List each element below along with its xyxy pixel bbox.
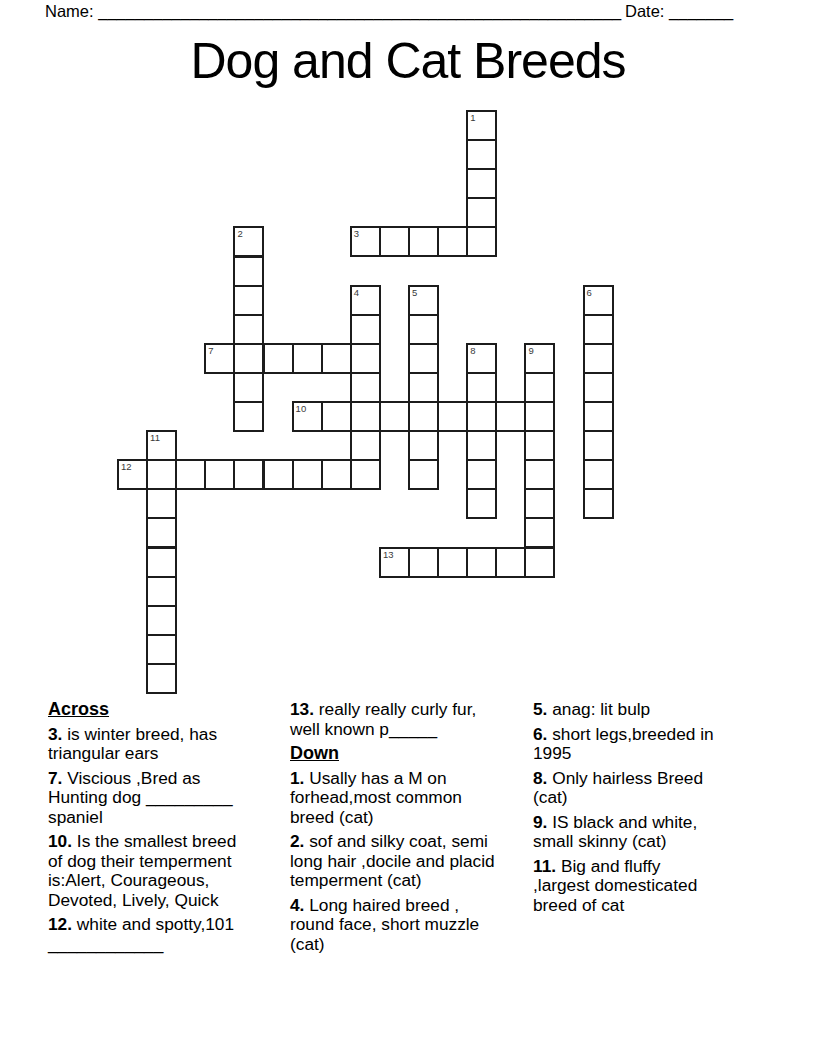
clue-down-6: 6. short legs,breeded in 1995: [533, 725, 715, 764]
clue-across-3: 3. is winter breed, has triangular ears: [48, 725, 253, 764]
grid-cell-r15c13[interactable]: [495, 547, 526, 578]
clue-number-label: 12.: [48, 914, 72, 934]
clue-text: anag: lit bulp: [547, 699, 650, 719]
grid-cell-r11c1[interactable]: 11: [146, 430, 177, 461]
grid-cell-r12c4[interactable]: [233, 459, 264, 490]
grid-cell-r8c14[interactable]: 9: [524, 343, 555, 374]
grid-cell-r15c14[interactable]: [524, 547, 555, 578]
grid-cell-r15c11[interactable]: [437, 547, 468, 578]
clue-column-1: Across3. is winter breed, has triangular…: [48, 700, 253, 959]
grid-number-10: 10: [296, 403, 307, 414]
clue-number-label: 7.: [48, 768, 62, 788]
grid-cell-r6c8[interactable]: 4: [350, 285, 381, 316]
grid-cell-r4c12[interactable]: [466, 226, 497, 257]
clue-number-label: 9.: [533, 812, 547, 832]
grid-cell-r8c8[interactable]: [350, 343, 381, 374]
clue-down-9: 9. IS black and white, small skinny (cat…: [533, 813, 715, 852]
grid-cell-r10c13[interactable]: [495, 401, 526, 432]
grid-cell-r12c5[interactable]: [263, 459, 294, 490]
clue-number-label: 6.: [533, 724, 547, 744]
grid-cell-r16c1[interactable]: [146, 576, 177, 607]
clue-text: Is the smallest breed of dog their tempe…: [48, 831, 236, 910]
clue-number-label: 13.: [290, 699, 314, 719]
clue-number-label: 4.: [290, 895, 304, 915]
grid-number-9: 9: [528, 345, 533, 356]
clue-number-label: 2.: [290, 831, 304, 851]
grid-cell-r11c8[interactable]: [350, 430, 381, 461]
grid-cell-r14c1[interactable]: [146, 517, 177, 548]
grid-cell-r9c10[interactable]: [408, 372, 439, 403]
grid-cell-r12c1[interactable]: [146, 459, 177, 490]
grid-number-6: 6: [587, 287, 592, 298]
grid-cell-r1c12[interactable]: [466, 139, 497, 170]
grid-cell-r11c16[interactable]: [583, 430, 614, 461]
grid-cell-r18c1[interactable]: [146, 634, 177, 665]
clue-text: Long haired breed , round face, short mu…: [290, 895, 479, 954]
clue-text: sof and silky coat, semi long hair ,doci…: [290, 831, 495, 890]
grid-cell-r12c7[interactable]: [321, 459, 352, 490]
grid-cell-r10c4[interactable]: [233, 401, 264, 432]
clue-text: Usally has a M on forhead,most common br…: [290, 768, 462, 827]
grid-number-2: 2: [237, 228, 242, 239]
grid-cell-r15c9[interactable]: 13: [379, 547, 410, 578]
grid-cell-r12c12[interactable]: [466, 459, 497, 490]
grid-cell-r12c2[interactable]: [175, 459, 206, 490]
grid-cell-r2c12[interactable]: [466, 168, 497, 199]
grid-cell-r9c12[interactable]: [466, 372, 497, 403]
grid-cell-r8c5[interactable]: [263, 343, 294, 374]
grid-cell-r13c12[interactable]: [466, 488, 497, 519]
grid-cell-r10c9[interactable]: [379, 401, 410, 432]
page-title: Dog and Cat Breeds: [0, 33, 816, 89]
grid-cell-r4c10[interactable]: [408, 226, 439, 257]
grid-cell-r7c4[interactable]: [233, 314, 264, 345]
name-blank-line[interactable]: ________________________________________…: [98, 2, 621, 20]
grid-cell-r4c4[interactable]: 2: [233, 226, 264, 257]
grid-cell-r4c8[interactable]: 3: [350, 226, 381, 257]
clue-across-12: 12. white and spotty,101 ____________: [48, 915, 253, 954]
grid-cell-r15c10[interactable]: [408, 547, 439, 578]
grid-number-8: 8: [470, 345, 475, 356]
grid-cell-r7c8[interactable]: [350, 314, 381, 345]
clue-number-label: 3.: [48, 724, 62, 744]
clue-text: white and spotty,101 ____________: [48, 914, 234, 954]
grid-cell-r13c16[interactable]: [583, 488, 614, 519]
grid-number-4: 4: [354, 287, 359, 298]
grid-cell-r12c3[interactable]: [204, 459, 235, 490]
grid-cell-r17c1[interactable]: [146, 605, 177, 636]
grid-cell-r8c4[interactable]: [233, 343, 264, 374]
grid-cell-r8c16[interactable]: [583, 343, 614, 374]
clue-column-2: 13. really really curly fur, well known …: [290, 700, 497, 959]
grid-cell-r12c14[interactable]: [524, 459, 555, 490]
grid-cell-r12c8[interactable]: [350, 459, 381, 490]
grid-number-11: 11: [150, 432, 160, 443]
grid-cell-r10c12[interactable]: [466, 401, 497, 432]
grid-cell-r10c10[interactable]: [408, 401, 439, 432]
grid-cell-r12c10[interactable]: [408, 459, 439, 490]
grid-cell-r4c11[interactable]: [437, 226, 468, 257]
clue-text: Only hairless Breed (cat): [533, 768, 703, 808]
clue-text: Big and fluffy ,largest domesticated bre…: [533, 856, 697, 915]
clue-number-label: 8.: [533, 768, 547, 788]
grid-cell-r4c9[interactable]: [379, 226, 410, 257]
clue-number-label: 11.: [533, 856, 556, 876]
grid-cell-r8c6[interactable]: [292, 343, 323, 374]
clue-down-8: 8. Only hairless Breed (cat): [533, 769, 715, 808]
grid-number-7: 7: [208, 345, 213, 356]
clue-column-3: 5. anag: lit bulp6. short legs,breeded i…: [533, 700, 715, 920]
grid-cell-r6c10[interactable]: 5: [408, 285, 439, 316]
date-field: Date: _______: [625, 2, 733, 21]
clue-number-label: 10.: [48, 831, 72, 851]
clue-across-7: 7. Viscious ,Bred as Hunting dog _______…: [48, 769, 253, 828]
grid-cell-r9c4[interactable]: [233, 372, 264, 403]
grid-cell-r12c16[interactable]: [583, 459, 614, 490]
clue-number-label: 5.: [533, 699, 547, 719]
date-label: Date:: [625, 2, 664, 20]
grid-cell-r10c7[interactable]: [321, 401, 352, 432]
grid-cell-r6c4[interactable]: [233, 285, 264, 316]
grid-cell-r13c1[interactable]: [146, 488, 177, 519]
grid-cell-r6c16[interactable]: 6: [583, 285, 614, 316]
grid-cell-r15c1[interactable]: [146, 547, 177, 578]
grid-cell-r3c12[interactable]: [466, 197, 497, 228]
grid-cell-r8c10[interactable]: [408, 343, 439, 374]
clue-text: is winter breed, has triangular ears: [48, 724, 217, 764]
grid-cell-r7c10[interactable]: [408, 314, 439, 345]
grid-cell-r14c14[interactable]: [524, 517, 555, 548]
grid-number-3: 3: [354, 228, 359, 239]
grid-cell-r19c1[interactable]: [146, 663, 177, 694]
grid-number-12: 12: [121, 461, 132, 472]
clue-across-10: 10. Is the smallest breed of dog their t…: [48, 832, 253, 910]
grid-cell-r10c11[interactable]: [437, 401, 468, 432]
grid-cell-r11c12[interactable]: [466, 430, 497, 461]
clue-text: IS black and white, small skinny (cat): [533, 812, 697, 852]
grid-cell-r10c14[interactable]: [524, 401, 555, 432]
clue-down-5: 5. anag: lit bulp: [533, 700, 715, 720]
grid-cell-r8c7[interactable]: [321, 343, 352, 374]
grid-cell-r0c12[interactable]: 1: [466, 110, 497, 141]
grid-cell-r5c4[interactable]: [233, 256, 264, 287]
grid-number-1: 1: [470, 112, 475, 123]
section-header-across: Across: [48, 700, 253, 720]
grid-cell-r11c10[interactable]: [408, 430, 439, 461]
grid-cell-r10c16[interactable]: [583, 401, 614, 432]
clue-down-11: 11. Big and fluffy ,largest domesticated…: [533, 857, 715, 916]
grid-cell-r12c0[interactable]: 12: [117, 459, 148, 490]
grid-cell-r9c14[interactable]: [524, 372, 555, 403]
clue-across-13: 13. really really curly fur, well known …: [290, 700, 497, 739]
section-header-down: Down: [290, 744, 497, 764]
date-blank-line[interactable]: _______: [669, 2, 733, 20]
grid-cell-r9c16[interactable]: [583, 372, 614, 403]
grid-number-5: 5: [412, 287, 417, 298]
name-label: Name:: [45, 2, 94, 20]
grid-cell-r7c16[interactable]: [583, 314, 614, 345]
grid-number-13: 13: [383, 549, 394, 560]
clue-down-1: 1. Usally has a M on forhead,most common…: [290, 769, 497, 828]
grid-cell-r15c12[interactable]: [466, 547, 497, 578]
grid-cell-r12c6[interactable]: [292, 459, 323, 490]
name-field: Name: __________________________________…: [45, 2, 621, 21]
grid-cell-r8c3[interactable]: 7: [204, 343, 235, 374]
grid-cell-r8c12[interactable]: 8: [466, 343, 497, 374]
clue-text: short legs,breeded in 1995: [533, 724, 714, 764]
grid-cell-r10c8[interactable]: [350, 401, 381, 432]
grid-cell-r13c14[interactable]: [524, 488, 555, 519]
grid-cell-r11c14[interactable]: [524, 430, 555, 461]
clue-down-4: 4. Long haired breed , round face, short…: [290, 896, 497, 955]
grid-cell-r9c8[interactable]: [350, 372, 381, 403]
clue-number-label: 1.: [290, 768, 304, 788]
crossword-worksheet: Name: __________________________________…: [0, 0, 816, 1056]
grid-cell-r10c6[interactable]: 10: [292, 401, 323, 432]
clue-text: Viscious ,Bred as Hunting dog _________ …: [48, 768, 233, 827]
clue-down-2: 2. sof and silky coat, semi long hair ,d…: [290, 832, 497, 891]
clue-text: really really curly fur, well known p___…: [290, 699, 476, 739]
